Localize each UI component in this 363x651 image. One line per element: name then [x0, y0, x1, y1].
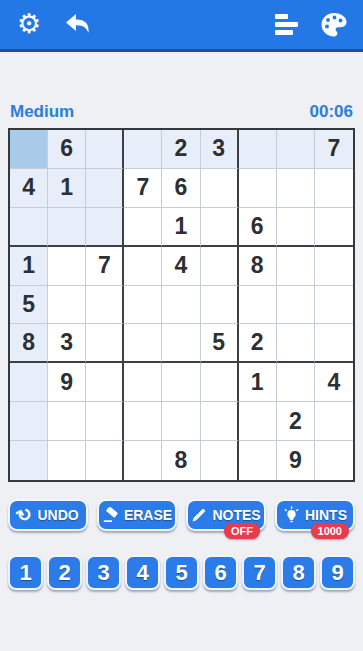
cell-r3c7[interactable]: 6	[239, 208, 277, 247]
cell-r4c4[interactable]	[124, 247, 162, 286]
cell-r6c6[interactable]: 5	[201, 324, 239, 363]
cell-r6c3[interactable]	[86, 324, 124, 363]
cell-r2c5[interactable]: 6	[162, 169, 200, 208]
cell-r5c2[interactable]	[48, 286, 86, 325]
cell-r5c5[interactable]	[162, 286, 200, 325]
cell-r7c7[interactable]: 1	[239, 363, 277, 402]
notes-badge: OFF	[224, 523, 260, 539]
cell-r2c3[interactable]	[86, 169, 124, 208]
cell-r7c4[interactable]	[124, 363, 162, 402]
cell-r2c6[interactable]	[201, 169, 239, 208]
cell-r5c1[interactable]: 5	[10, 286, 48, 325]
cell-r9c8[interactable]: 9	[277, 441, 315, 480]
numpad-button-4[interactable]: 4	[125, 555, 160, 590]
pencil-icon	[191, 507, 207, 523]
cell-r9c7[interactable]	[239, 441, 277, 480]
gear-icon: ⚙	[17, 11, 41, 38]
numpad-button-3[interactable]: 3	[86, 555, 121, 590]
cell-r9c6[interactable]	[201, 441, 239, 480]
difficulty-label: Medium	[10, 102, 74, 122]
numpad-button-1[interactable]: 1	[8, 555, 43, 590]
cell-r8c5[interactable]	[162, 402, 200, 441]
cell-r9c2[interactable]	[48, 441, 86, 480]
numpad-button-7[interactable]: 7	[242, 555, 277, 590]
settings-button[interactable]: ⚙	[12, 8, 46, 42]
timer: 00:06	[310, 102, 353, 122]
cell-r8c6[interactable]	[201, 402, 239, 441]
cell-r3c4[interactable]	[124, 208, 162, 247]
numpad-button-8[interactable]: 8	[281, 555, 316, 590]
back-icon	[63, 12, 91, 38]
app-header: ⚙	[0, 0, 363, 52]
cell-r5c9[interactable]	[315, 286, 353, 325]
cell-r1c3[interactable]	[86, 130, 124, 169]
cell-r6c9[interactable]	[315, 324, 353, 363]
hints-label: HINTS	[305, 507, 347, 523]
undo-icon: ↻	[14, 503, 36, 526]
cell-r5c8[interactable]	[277, 286, 315, 325]
cell-r3c3[interactable]	[86, 208, 124, 247]
toolbar: ↻ UNDO ERASE NOTES OFF HINTS 1000	[8, 499, 355, 531]
cell-r5c4[interactable]	[124, 286, 162, 325]
cell-r2c1[interactable]: 4	[10, 169, 48, 208]
cell-r2c2[interactable]: 1	[48, 169, 86, 208]
back-button[interactable]	[60, 8, 94, 42]
cell-r9c4[interactable]	[124, 441, 162, 480]
cell-r7c6[interactable]	[201, 363, 239, 402]
cell-r4c8[interactable]	[277, 247, 315, 286]
numpad-button-2[interactable]: 2	[47, 555, 82, 590]
cell-r4c9[interactable]	[315, 247, 353, 286]
cell-r8c8[interactable]: 2	[277, 402, 315, 441]
cell-r1c4[interactable]	[124, 130, 162, 169]
palette-icon	[320, 12, 348, 38]
cell-r3c8[interactable]	[277, 208, 315, 247]
undo-label: UNDO	[37, 507, 78, 523]
cell-r6c1[interactable]: 8	[10, 324, 48, 363]
cell-r3c2[interactable]	[48, 208, 86, 247]
cell-r1c9[interactable]: 7	[315, 130, 353, 169]
cell-r7c3[interactable]	[86, 363, 124, 402]
cell-r1c8[interactable]	[277, 130, 315, 169]
cell-r7c5[interactable]	[162, 363, 200, 402]
cell-r6c8[interactable]	[277, 324, 315, 363]
empty-space	[0, 52, 363, 102]
cell-r9c9[interactable]	[315, 441, 353, 480]
cell-r2c4[interactable]: 7	[124, 169, 162, 208]
cell-r1c1[interactable]	[10, 130, 48, 169]
cell-r1c2[interactable]: 6	[48, 130, 86, 169]
cell-r7c2[interactable]: 9	[48, 363, 86, 402]
undo-button[interactable]: ↻ UNDO	[8, 499, 88, 531]
cell-r6c2[interactable]: 3	[48, 324, 86, 363]
cell-r4c2[interactable]	[48, 247, 86, 286]
cell-r9c1[interactable]	[10, 441, 48, 480]
stats-icon	[275, 14, 298, 35]
cell-r9c5[interactable]: 8	[162, 441, 200, 480]
cell-r2c9[interactable]	[315, 169, 353, 208]
numpad-button-6[interactable]: 6	[203, 555, 238, 590]
cell-r1c5[interactable]: 2	[162, 130, 200, 169]
cell-r7c1[interactable]	[10, 363, 48, 402]
cell-r6c4[interactable]	[124, 324, 162, 363]
hints-button[interactable]: HINTS 1000	[275, 499, 355, 531]
cell-r1c7[interactable]	[239, 130, 277, 169]
cell-r7c8[interactable]	[277, 363, 315, 402]
cell-r4c1[interactable]: 1	[10, 247, 48, 286]
cell-r5c3[interactable]	[86, 286, 124, 325]
cell-r3c1[interactable]	[10, 208, 48, 247]
cell-r4c5[interactable]: 4	[162, 247, 200, 286]
cell-r5c7[interactable]	[239, 286, 277, 325]
cell-r4c7[interactable]: 8	[239, 247, 277, 286]
cell-r9c3[interactable]	[86, 441, 124, 480]
cell-r6c7[interactable]: 2	[239, 324, 277, 363]
numpad-button-5[interactable]: 5	[164, 555, 199, 590]
eraser-icon	[102, 507, 119, 524]
notes-button[interactable]: NOTES OFF	[186, 499, 266, 531]
cell-r6c5[interactable]	[162, 324, 200, 363]
numpad: 123456789	[8, 555, 355, 590]
cell-r4c3[interactable]: 7	[86, 247, 124, 286]
cell-r1c6[interactable]: 3	[201, 130, 239, 169]
bulb-icon	[283, 506, 300, 524]
cell-r3c9[interactable]	[315, 208, 353, 247]
cell-r3c6[interactable]	[201, 208, 239, 247]
numpad-button-9[interactable]: 9	[320, 555, 355, 590]
erase-label: ERASE	[124, 507, 172, 523]
sudoku-grid: 6237417616174858352914289	[8, 128, 355, 482]
cell-r8c3[interactable]	[86, 402, 124, 441]
cell-r8c9[interactable]	[315, 402, 353, 441]
cell-r3c5[interactable]: 1	[162, 208, 200, 247]
cell-r8c4[interactable]	[124, 402, 162, 441]
cell-r7c9[interactable]: 4	[315, 363, 353, 402]
cell-r5c6[interactable]	[201, 286, 239, 325]
erase-button[interactable]: ERASE	[97, 499, 177, 531]
stats-button[interactable]	[269, 8, 303, 42]
cell-r8c7[interactable]	[239, 402, 277, 441]
cell-r2c7[interactable]	[239, 169, 277, 208]
cell-r4c6[interactable]	[201, 247, 239, 286]
hints-badge: 1000	[311, 523, 349, 539]
theme-button[interactable]	[317, 8, 351, 42]
cell-r2c8[interactable]	[277, 169, 315, 208]
cell-r8c2[interactable]	[48, 402, 86, 441]
notes-label: NOTES	[212, 507, 260, 523]
cell-r8c1[interactable]	[10, 402, 48, 441]
